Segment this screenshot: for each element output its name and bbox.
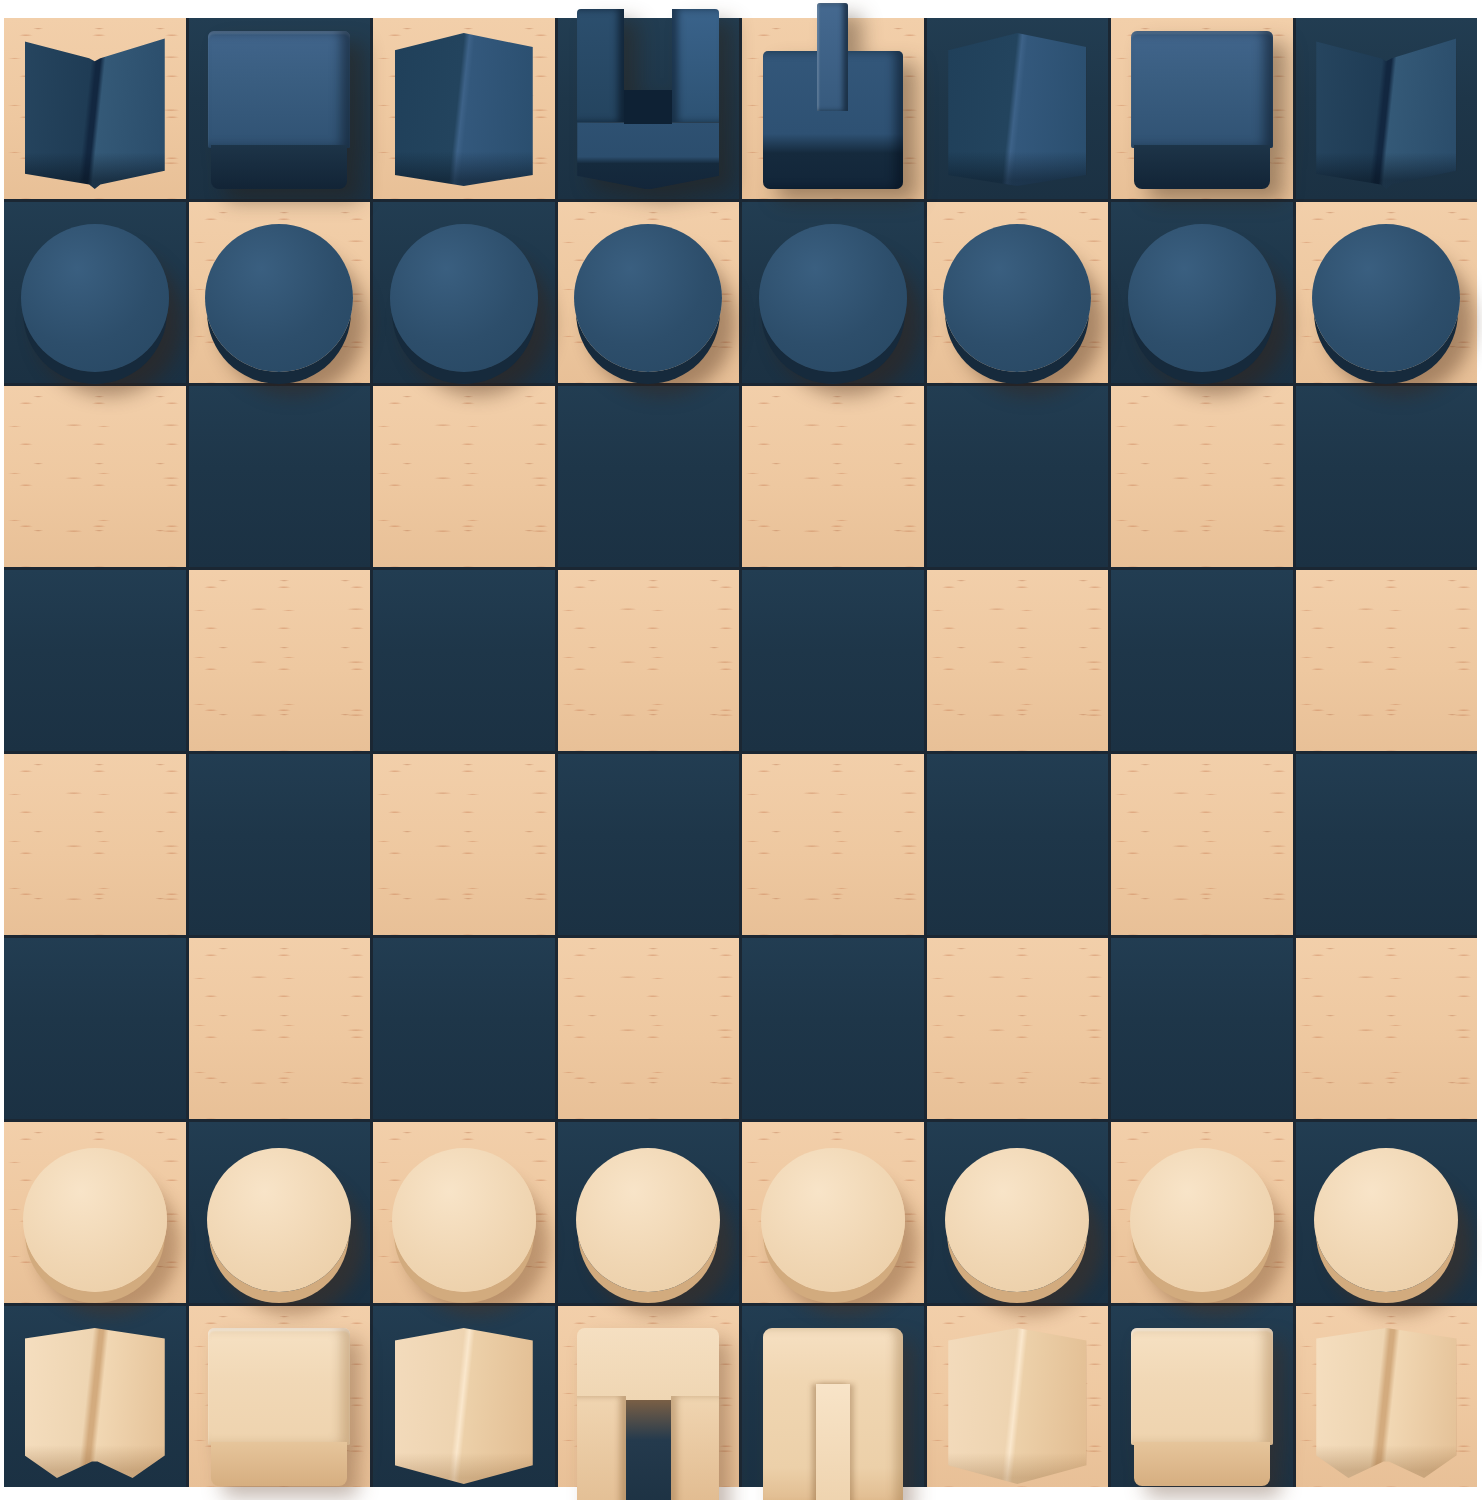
piece-white-queen-d1 — [577, 1328, 719, 1500]
square-f1 — [927, 1306, 1109, 1487]
piece-black-pawn-g7 — [1128, 224, 1276, 372]
knight-kn-top — [1131, 1328, 1273, 1445]
square-c5 — [373, 570, 555, 751]
square-d6 — [558, 386, 740, 567]
knight-kn-front — [1134, 145, 1270, 189]
chess-set-photo — [0, 0, 1482, 1500]
square-c2 — [373, 1122, 555, 1303]
square-a5 — [4, 570, 186, 751]
square-h4 — [1296, 754, 1478, 935]
square-e6 — [742, 386, 924, 567]
square-f8 — [927, 18, 1109, 199]
piece-black-bishop-c8 — [395, 33, 533, 189]
square-b1 — [189, 1306, 371, 1487]
square-d2 — [558, 1122, 740, 1303]
piece-white-pawn-f2 — [945, 1148, 1089, 1292]
square-d4 — [558, 754, 740, 935]
square-e7 — [742, 202, 924, 383]
square-f4 — [927, 754, 1109, 935]
square-h5 — [1296, 570, 1478, 751]
knight-kn-front — [1134, 1442, 1270, 1486]
piece-black-pawn-e7 — [759, 224, 907, 372]
piece-white-knight-b1 — [208, 1328, 350, 1486]
square-f7 — [927, 202, 1109, 383]
square-b3 — [189, 938, 371, 1119]
piece-black-king-e8 — [763, 3, 903, 189]
square-g8 — [1111, 18, 1293, 199]
piece-white-rook-h1 — [1316, 1328, 1456, 1478]
piece-black-knight-g8 — [1131, 31, 1273, 189]
square-e8 — [742, 18, 924, 199]
square-c6 — [373, 386, 555, 567]
piece-black-pawn-f7 — [943, 224, 1091, 372]
square-b5 — [189, 570, 371, 751]
square-a3 — [4, 938, 186, 1119]
square-c7 — [373, 202, 555, 383]
square-c4 — [373, 754, 555, 935]
square-a2 — [4, 1122, 186, 1303]
piece-white-bishop-f1 — [948, 1328, 1086, 1484]
square-g5 — [1111, 570, 1293, 751]
queen-qb-pr — [672, 9, 719, 122]
square-a4 — [4, 754, 186, 935]
queen-qw-pr — [671, 1396, 719, 1500]
square-h6 — [1296, 386, 1478, 567]
king-kb-fin — [817, 3, 848, 111]
square-d1 — [558, 1306, 740, 1487]
square-e1 — [742, 1306, 924, 1487]
square-f2 — [927, 1122, 1109, 1303]
square-g2 — [1111, 1122, 1293, 1303]
square-d3 — [558, 938, 740, 1119]
piece-white-king-e1 — [763, 1328, 903, 1500]
square-h3 — [1296, 938, 1478, 1119]
square-f5 — [927, 570, 1109, 751]
knight-kn-top — [208, 31, 350, 148]
piece-black-bishop-f8 — [948, 33, 1086, 189]
square-b2 — [189, 1122, 371, 1303]
square-c3 — [373, 938, 555, 1119]
piece-black-pawn-a7 — [21, 224, 169, 372]
piece-black-pawn-c7 — [390, 224, 538, 372]
piece-white-pawn-g2 — [1130, 1148, 1274, 1292]
piece-white-pawn-b2 — [207, 1148, 351, 1292]
square-d5 — [558, 570, 740, 751]
square-d8 — [558, 18, 740, 199]
piece-black-pawn-b7 — [205, 224, 353, 372]
square-e5 — [742, 570, 924, 751]
piece-white-rook-a1 — [25, 1328, 165, 1478]
piece-white-pawn-d2 — [576, 1148, 720, 1292]
piece-white-pawn-c2 — [392, 1148, 536, 1292]
piece-white-pawn-e2 — [761, 1148, 905, 1292]
square-h1 — [1296, 1306, 1478, 1487]
square-c1 — [373, 1306, 555, 1487]
square-g1 — [1111, 1306, 1293, 1487]
square-g4 — [1111, 754, 1293, 935]
square-e4 — [742, 754, 924, 935]
square-b6 — [189, 386, 371, 567]
square-b4 — [189, 754, 371, 935]
square-a7 — [4, 202, 186, 383]
queen-qw-slot — [626, 1400, 671, 1500]
square-a8 — [4, 18, 186, 199]
square-h7 — [1296, 202, 1478, 383]
square-b7 — [189, 202, 371, 383]
piece-black-queen-d8 — [577, 9, 719, 189]
king-kw-fin — [816, 1384, 850, 1500]
square-g3 — [1111, 938, 1293, 1119]
square-a1 — [4, 1306, 186, 1487]
piece-black-pawn-d7 — [574, 224, 722, 372]
knight-kn-front — [211, 145, 347, 189]
square-d7 — [558, 202, 740, 383]
square-g7 — [1111, 202, 1293, 383]
piece-black-knight-b8 — [208, 31, 350, 189]
square-f6 — [927, 386, 1109, 567]
square-f3 — [927, 938, 1109, 1119]
piece-white-pawn-h2 — [1314, 1148, 1458, 1292]
piece-black-rook-h8 — [1316, 37, 1456, 189]
knight-kn-front — [211, 1442, 347, 1486]
queen-qb-pl — [577, 9, 624, 122]
knight-kn-top — [208, 1328, 350, 1445]
square-e2 — [742, 1122, 924, 1303]
piece-black-rook-a8 — [25, 37, 165, 189]
square-a6 — [4, 386, 186, 567]
square-c8 — [373, 18, 555, 199]
square-b8 — [189, 18, 371, 199]
queen-qb-slot — [624, 90, 672, 124]
queen-qw-top — [577, 1328, 719, 1400]
knight-kn-top — [1131, 31, 1273, 148]
piece-white-knight-g1 — [1131, 1328, 1273, 1486]
queen-qb-base — [577, 122, 719, 189]
square-h8 — [1296, 18, 1478, 199]
queen-qw-pl — [577, 1396, 625, 1500]
square-g6 — [1111, 386, 1293, 567]
chess-board — [4, 18, 1477, 1487]
piece-white-bishop-c1 — [395, 1328, 533, 1484]
square-h2 — [1296, 1122, 1478, 1303]
piece-white-pawn-a2 — [23, 1148, 167, 1292]
piece-black-pawn-h7 — [1312, 224, 1460, 372]
square-e3 — [742, 938, 924, 1119]
